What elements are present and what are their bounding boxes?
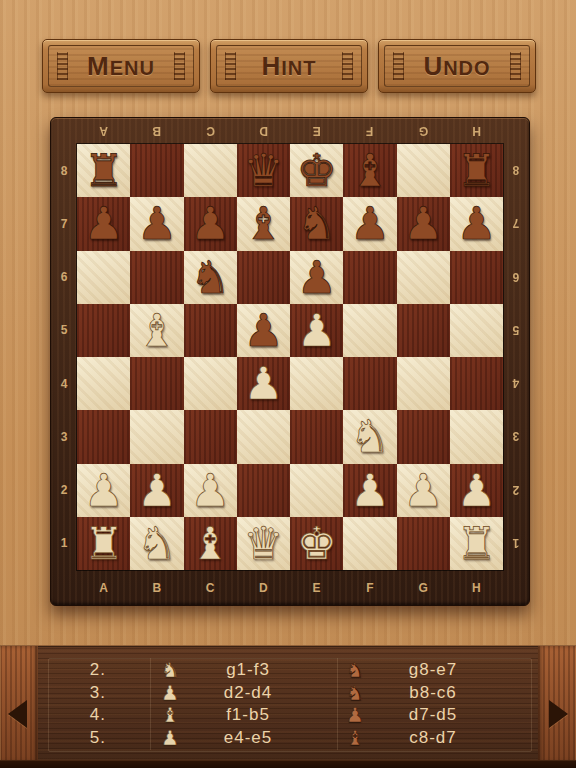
- white-move[interactable]: g1-f3: [226, 659, 270, 682]
- square-c6[interactable]: ♞: [184, 251, 237, 304]
- piece-white-pawn: ♟: [456, 468, 496, 513]
- ornament-strip: [57, 52, 68, 80]
- ornament-strip: [393, 52, 404, 80]
- ornament-strip: [342, 52, 353, 80]
- rank-label: 4: [55, 357, 73, 410]
- white-move[interactable]: f1-b5: [226, 704, 270, 727]
- white-piece-icon: ♞: [161, 659, 179, 682]
- square-a5[interactable]: [77, 304, 130, 357]
- rank-label: 6: [55, 251, 73, 304]
- piece-black-knight: ♞: [190, 255, 230, 300]
- square-f6[interactable]: [343, 251, 396, 304]
- piece-black-bishop: ♝: [350, 148, 390, 193]
- square-a8[interactable]: ♜: [77, 144, 130, 197]
- move-list-panel: 2.♞g1-f3♞g8-e73.♟d2-d4♞b8-c64.♝f1-b5♟d7-…: [0, 645, 576, 768]
- white-move[interactable]: e4-e5: [224, 727, 272, 750]
- rank-label: 2: [55, 464, 73, 517]
- piece-black-rook: ♜: [456, 148, 496, 193]
- move-row: 5.♟e4-e5♝c8-d7: [0, 727, 576, 750]
- rank-label: 5: [507, 304, 525, 357]
- file-label: A: [77, 580, 130, 596]
- file-label: C: [184, 123, 237, 139]
- file-label: E: [290, 580, 343, 596]
- square-e8[interactable]: ♚: [290, 144, 343, 197]
- square-h8[interactable]: ♜: [450, 144, 503, 197]
- undo-button[interactable]: Undo: [378, 39, 536, 93]
- black-move[interactable]: b8-c6: [409, 682, 457, 705]
- file-label: B: [130, 123, 183, 139]
- file-label: D: [237, 123, 290, 139]
- square-f2[interactable]: ♟: [343, 464, 396, 517]
- white-piece-icon: ♝: [161, 704, 179, 727]
- piece-white-pawn: ♟: [137, 468, 177, 513]
- black-move[interactable]: d7-d5: [409, 704, 457, 727]
- piece-white-rook: ♜: [83, 521, 123, 566]
- move-number: 5.: [70, 727, 106, 750]
- piece-black-pawn: ♟: [137, 201, 177, 246]
- file-label: F: [343, 580, 396, 596]
- square-d6[interactable]: [237, 251, 290, 304]
- menu-button[interactable]: Menu: [42, 39, 200, 93]
- square-b7[interactable]: ♟: [130, 197, 183, 250]
- piece-white-pawn: ♟: [350, 468, 390, 513]
- square-b3[interactable]: [130, 410, 183, 463]
- piece-black-bishop: ♝: [243, 201, 283, 246]
- square-g3[interactable]: [397, 410, 450, 463]
- move-rows: 2.♞g1-f3♞g8-e73.♟d2-d4♞b8-c64.♝f1-b5♟d7-…: [0, 659, 576, 750]
- file-label: H: [450, 580, 503, 596]
- square-c8[interactable]: [184, 144, 237, 197]
- file-label: C: [184, 580, 237, 596]
- rank-labels-right: 87654321: [507, 144, 525, 570]
- square-g2[interactable]: ♟: [397, 464, 450, 517]
- piece-black-pawn: ♟: [83, 201, 123, 246]
- rank-label: 7: [55, 197, 73, 250]
- square-h3[interactable]: [450, 410, 503, 463]
- move-number: 4.: [70, 704, 106, 727]
- piece-black-pawn: ♟: [243, 308, 283, 353]
- square-b2[interactable]: ♟: [130, 464, 183, 517]
- square-g5[interactable]: [397, 304, 450, 357]
- ornament-strip: [174, 52, 185, 80]
- square-g6[interactable]: [397, 251, 450, 304]
- white-move[interactable]: d2-d4: [224, 682, 272, 705]
- square-h4[interactable]: [450, 357, 503, 410]
- square-e6[interactable]: ♟: [290, 251, 343, 304]
- piece-white-knight: ♞: [350, 414, 390, 459]
- chess-board: ABCDEFGH ABCDEFGH 87654321 87654321 ♜♛♚♝…: [50, 117, 530, 606]
- square-h1[interactable]: ♜: [450, 517, 503, 570]
- file-labels-top: ABCDEFGH: [77, 123, 503, 139]
- square-h5[interactable]: [450, 304, 503, 357]
- move-row: 2.♞g1-f3♞g8-e7: [0, 659, 576, 682]
- square-c3[interactable]: [184, 410, 237, 463]
- rank-label: 1: [507, 517, 525, 570]
- square-c2[interactable]: ♟: [184, 464, 237, 517]
- white-piece-icon: ♟: [161, 682, 179, 705]
- square-f1[interactable]: [343, 517, 396, 570]
- piece-black-queen: ♛: [243, 148, 283, 193]
- move-number: 2.: [70, 659, 106, 682]
- piece-white-bishop: ♝: [137, 308, 177, 353]
- square-f8[interactable]: ♝: [343, 144, 396, 197]
- file-labels-bottom: ABCDEFGH: [77, 580, 503, 596]
- file-label: G: [397, 580, 450, 596]
- ornament-strip: [510, 52, 521, 80]
- rank-labels-left: 87654321: [55, 144, 73, 570]
- menu-button-face: Menu: [48, 45, 194, 87]
- piece-black-knight: ♞: [296, 201, 336, 246]
- square-b1[interactable]: ♞: [130, 517, 183, 570]
- undo-button-label: Undo: [423, 51, 490, 82]
- black-piece-icon: ♟: [346, 704, 364, 727]
- file-label: A: [77, 123, 130, 139]
- square-d4[interactable]: ♟: [237, 357, 290, 410]
- square-c4[interactable]: [184, 357, 237, 410]
- square-f3[interactable]: ♞: [343, 410, 396, 463]
- square-d2[interactable]: [237, 464, 290, 517]
- piece-white-knight: ♞: [137, 521, 177, 566]
- square-d8[interactable]: ♛: [237, 144, 290, 197]
- file-label: B: [130, 580, 183, 596]
- square-h7[interactable]: ♟: [450, 197, 503, 250]
- move-row: 3.♟d2-d4♞b8-c6: [0, 682, 576, 705]
- menu-button-label: Menu: [87, 51, 155, 82]
- piece-white-pawn: ♟: [403, 468, 443, 513]
- rank-label: 8: [507, 144, 525, 197]
- square-c7[interactable]: ♟: [184, 197, 237, 250]
- piece-black-king: ♚: [296, 148, 336, 193]
- undo-button-face: Undo: [384, 45, 530, 87]
- file-label: G: [397, 123, 450, 139]
- move-number: 3.: [70, 682, 106, 705]
- square-b6[interactable]: [130, 251, 183, 304]
- piece-black-pawn: ♟: [350, 201, 390, 246]
- next-moves-button[interactable]: [538, 646, 576, 762]
- square-f7[interactable]: ♟: [343, 197, 396, 250]
- square-e5[interactable]: ♟: [290, 304, 343, 357]
- board-grid: ♜♛♚♝♜♟♟♟♝♞♟♟♟♞♟♝♟♟♟♞♟♟♟♟♟♟♜♞♝♛♚♜: [77, 144, 503, 570]
- square-h6[interactable]: [450, 251, 503, 304]
- black-move[interactable]: c8-d7: [409, 727, 457, 750]
- square-c1[interactable]: ♝: [184, 517, 237, 570]
- square-g1[interactable]: [397, 517, 450, 570]
- piece-black-pawn: ♟: [403, 201, 443, 246]
- square-b5[interactable]: ♝: [130, 304, 183, 357]
- piece-white-pawn: ♟: [296, 308, 336, 353]
- file-label: F: [343, 123, 396, 139]
- piece-black-pawn: ♟: [456, 201, 496, 246]
- square-g4[interactable]: [397, 357, 450, 410]
- square-d5[interactable]: ♟: [237, 304, 290, 357]
- square-f5[interactable]: [343, 304, 396, 357]
- piece-black-pawn: ♟: [190, 201, 230, 246]
- file-label: H: [450, 123, 503, 139]
- square-g7[interactable]: ♟: [397, 197, 450, 250]
- rank-label: 3: [507, 410, 525, 463]
- rank-label: 2: [507, 464, 525, 517]
- piece-white-queen: ♛: [243, 521, 283, 566]
- rank-label: 7: [507, 197, 525, 250]
- piece-white-pawn: ♟: [83, 468, 123, 513]
- square-b8[interactable]: [130, 144, 183, 197]
- move-row: 4.♝f1-b5♟d7-d5: [0, 704, 576, 727]
- square-e1[interactable]: ♚: [290, 517, 343, 570]
- piece-white-rook: ♜: [456, 521, 496, 566]
- hint-button[interactable]: Hint: [210, 39, 368, 93]
- piece-white-pawn: ♟: [243, 361, 283, 406]
- square-d1[interactable]: ♛: [237, 517, 290, 570]
- square-b4[interactable]: [130, 357, 183, 410]
- piece-white-king: ♚: [296, 521, 336, 566]
- rank-label: 3: [55, 410, 73, 463]
- square-d3[interactable]: [237, 410, 290, 463]
- square-a3[interactable]: [77, 410, 130, 463]
- square-a2[interactable]: ♟: [77, 464, 130, 517]
- square-a7[interactable]: ♟: [77, 197, 130, 250]
- square-a1[interactable]: ♜: [77, 517, 130, 570]
- chess-app-screen: Menu Hint Undo ABCDEFGH ABCDEFGH 8765432…: [0, 0, 576, 768]
- piece-black-pawn: ♟: [296, 255, 336, 300]
- rank-label: 1: [55, 517, 73, 570]
- black-piece-icon: ♝: [346, 727, 364, 750]
- square-d7[interactable]: ♝: [237, 197, 290, 250]
- square-e4[interactable]: [290, 357, 343, 410]
- rank-label: 8: [55, 144, 73, 197]
- white-piece-icon: ♟: [161, 727, 179, 750]
- square-c5[interactable]: [184, 304, 237, 357]
- piece-white-pawn: ♟: [190, 468, 230, 513]
- piece-black-rook: ♜: [83, 148, 123, 193]
- square-e3[interactable]: [290, 410, 343, 463]
- hint-button-face: Hint: [216, 45, 362, 87]
- rank-label: 5: [55, 304, 73, 357]
- panel-bottom-edge: [0, 760, 576, 768]
- file-label: E: [290, 123, 343, 139]
- prev-moves-button[interactable]: [0, 646, 38, 762]
- piece-white-bishop: ♝: [190, 521, 230, 566]
- left-arrow-icon: [8, 700, 27, 728]
- black-piece-icon: ♞: [346, 682, 364, 705]
- hint-button-label: Hint: [262, 51, 317, 82]
- square-a4[interactable]: [77, 357, 130, 410]
- file-label: D: [237, 580, 290, 596]
- right-arrow-icon: [549, 700, 568, 728]
- rank-label: 4: [507, 357, 525, 410]
- black-piece-icon: ♞: [346, 659, 364, 682]
- square-h2[interactable]: ♟: [450, 464, 503, 517]
- square-g8[interactable]: [397, 144, 450, 197]
- square-e2[interactable]: [290, 464, 343, 517]
- rank-label: 6: [507, 251, 525, 304]
- ornament-strip: [225, 52, 236, 80]
- square-a6[interactable]: [77, 251, 130, 304]
- black-move[interactable]: g8-e7: [409, 659, 457, 682]
- square-f4[interactable]: [343, 357, 396, 410]
- square-e7[interactable]: ♞: [290, 197, 343, 250]
